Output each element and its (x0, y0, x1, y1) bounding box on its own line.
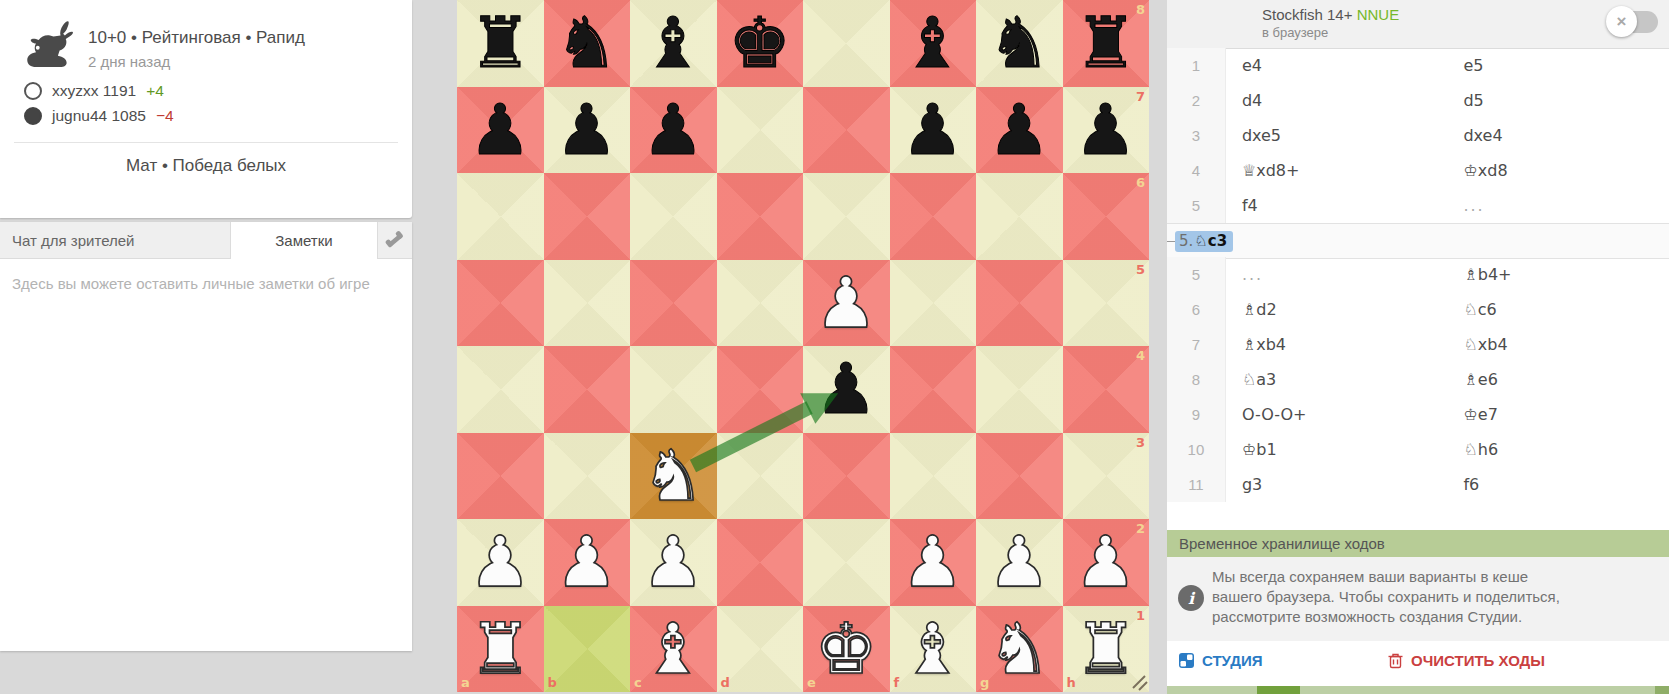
move-number: 9 (1167, 397, 1226, 432)
white-move[interactable]: ♕xd8+ (1226, 161, 1448, 180)
square-e2[interactable] (803, 519, 890, 606)
square-f8[interactable]: ♝ (890, 0, 977, 87)
white-bishop-f1[interactable]: ♝ (890, 606, 977, 693)
square-d3[interactable] (717, 433, 804, 520)
square-b8[interactable]: ♞ (544, 0, 631, 87)
black-move[interactable]: ... (1447, 196, 1669, 215)
coord-rank-7: 7 (1136, 89, 1145, 104)
tab-spectator-chat[interactable]: Чат для зрителей (0, 222, 230, 258)
engine-toggle[interactable]: × (1606, 9, 1658, 35)
square-a1[interactable]: ♜a (457, 606, 544, 693)
move-row: 8♘a3♗e6 (1167, 362, 1669, 397)
black-rating-delta: −4 (156, 107, 174, 125)
coord-file-b: b (548, 675, 557, 690)
square-e5[interactable]: ♟ (803, 260, 890, 347)
engine-location: в браузере (1262, 25, 1328, 40)
black-pawn-e4[interactable]: ♟ (803, 346, 890, 433)
square-g1[interactable]: ♞g (976, 606, 1063, 693)
chat-tabbar: Чат для зрителей Заметки (0, 222, 412, 259)
square-d7[interactable] (717, 87, 804, 174)
move-number: 4 (1167, 153, 1226, 188)
scrollbar-thumb[interactable] (1257, 686, 1300, 694)
square-f6[interactable] (890, 173, 977, 260)
white-move[interactable]: O-O-O+ (1226, 405, 1448, 424)
square-b2[interactable]: ♟ (544, 519, 631, 606)
square-b3[interactable] (544, 433, 631, 520)
square-f4[interactable] (890, 346, 977, 433)
move-number: 1 (1167, 48, 1226, 83)
move-list-variation: 5...♗b4+6♗d2♘c67♗xb4♘xb48♘a3♗e69O-O-O+♔e… (1167, 257, 1669, 502)
square-c6[interactable] (630, 173, 717, 260)
move-row: 9O-O-O+♔e7 (1167, 397, 1669, 432)
square-e1[interactable]: ♚e (803, 606, 890, 693)
square-d1[interactable]: d (717, 606, 804, 693)
engine-nnue-badge: NNUE (1357, 6, 1400, 23)
scrollbar-cap (1655, 686, 1669, 694)
game-meta-card: 10+0 • Рейтинговая • Рапид 2 дня назад x… (0, 0, 412, 218)
white-move[interactable]: g3 (1226, 475, 1448, 494)
move-row: 4♕xd8+♔xd8 (1167, 153, 1669, 188)
square-b5[interactable] (544, 260, 631, 347)
square-h8[interactable]: ♜8 (1063, 0, 1150, 87)
move-scrollbar (1167, 686, 1669, 694)
square-b1[interactable]: b (544, 606, 631, 693)
coord-file-d: d (721, 675, 730, 690)
square-h1[interactable]: ♜h1 (1063, 606, 1150, 693)
white-pawn-e5[interactable]: ♟ (803, 260, 890, 347)
black-bishop-f8[interactable]: ♝ (890, 0, 977, 87)
square-h4[interactable]: 4 (1063, 346, 1150, 433)
square-c7[interactable]: ♟ (630, 87, 717, 174)
square-d2[interactable] (717, 519, 804, 606)
move-row: 7♗xb4♘xb4 (1167, 327, 1669, 362)
coord-rank-5: 5 (1136, 262, 1145, 277)
black-move[interactable]: ♗b4+ (1447, 265, 1669, 284)
black-move[interactable]: dxe4 (1447, 126, 1669, 145)
black-move[interactable]: ♗e6 (1447, 370, 1669, 389)
move-row: 5...♗b4+ (1167, 257, 1669, 292)
square-b7[interactable]: ♟ (544, 87, 631, 174)
white-color-icon (24, 82, 42, 100)
black-move[interactable]: d5 (1447, 91, 1669, 110)
black-knight-g8[interactable]: ♞ (976, 0, 1063, 87)
black-move[interactable]: ♘c6 (1447, 300, 1669, 319)
game-setup: 10+0 • Рейтинговая • Рапид (88, 28, 305, 48)
move-row: 1e4e5 (1167, 48, 1669, 83)
notes-textarea[interactable]: Здесь вы можете оставить личные заметки … (0, 259, 412, 651)
square-a4[interactable] (457, 346, 544, 433)
move-row: 6♗d2♘c6 (1167, 292, 1669, 327)
coord-file-e: e (807, 675, 816, 690)
black-bishop-c8[interactable]: ♝ (630, 0, 717, 87)
white-bishop-c1[interactable]: ♝ (630, 606, 717, 693)
chat-card: Чат для зрителей Заметки Здесь вы можете… (0, 222, 412, 651)
square-b6[interactable] (544, 173, 631, 260)
move-row: 3dxe5dxe4 (1167, 118, 1669, 153)
panel-buttons: СТУДИЯ ОЧИСТИТЬ ХОДЫ (1167, 641, 1669, 680)
square-a7[interactable]: ♟ (457, 87, 544, 174)
square-h6[interactable]: 6 (1063, 173, 1150, 260)
white-move[interactable]: d4 (1226, 91, 1448, 110)
square-f5[interactable] (890, 260, 977, 347)
square-d4[interactable] (717, 346, 804, 433)
square-a2[interactable]: ♟ (457, 519, 544, 606)
square-c3[interactable]: ♞ (630, 433, 717, 520)
white-move[interactable]: dxe5 (1226, 126, 1448, 145)
move-row: 5f4... (1167, 188, 1669, 223)
notes-placeholder: Здесь вы можете оставить личные заметки … (12, 275, 370, 292)
square-g2[interactable]: ♟ (976, 519, 1063, 606)
white-knight-c3[interactable]: ♞ (630, 433, 717, 520)
white-pawn-f2[interactable]: ♟ (890, 519, 977, 606)
coord-rank-8: 8 (1136, 2, 1145, 17)
square-c5[interactable] (630, 260, 717, 347)
black-move[interactable]: e5 (1447, 56, 1669, 75)
info-icon: i (1178, 585, 1204, 611)
square-h7[interactable]: ♟7 (1063, 87, 1150, 174)
square-a3[interactable] (457, 433, 544, 520)
white-pawn-b2[interactable]: ♟ (544, 519, 631, 606)
divider (14, 142, 398, 143)
square-c4[interactable] (630, 346, 717, 433)
move-row: 2d4d5 (1167, 83, 1669, 118)
move-number: 5 (1167, 257, 1226, 292)
square-g5[interactable] (976, 260, 1063, 347)
white-move[interactable]: f4 (1226, 196, 1448, 215)
coord-file-h: h (1067, 675, 1076, 690)
storage-info-text: Мы всегда сохраняем ваши варианты в кеше… (1212, 567, 1564, 627)
coord-rank-1: 1 (1136, 608, 1145, 623)
white-rating-delta: +4 (146, 82, 164, 100)
square-c1[interactable]: ♝c (630, 606, 717, 693)
engine-name: Stockfish 14+ NNUE (1262, 6, 1399, 23)
black-pawn-c7[interactable]: ♟ (630, 87, 717, 174)
black-rook-a8[interactable]: ♜ (457, 0, 544, 87)
current-variation-move[interactable]: 5. ♘c3 (1175, 231, 1233, 252)
black-color-icon (24, 107, 42, 125)
square-g8[interactable]: ♞ (976, 0, 1063, 87)
white-move[interactable]: ♗d2 (1226, 300, 1448, 319)
square-e8[interactable] (803, 0, 890, 87)
black-pawn-a7[interactable]: ♟ (457, 87, 544, 174)
move-row: 11g3f6 (1167, 467, 1669, 502)
square-h5[interactable]: 5 (1063, 260, 1150, 347)
square-f7[interactable]: ♟ (890, 87, 977, 174)
rapid-rabbit-icon (22, 18, 78, 74)
tab-notes[interactable]: Заметки (230, 222, 378, 259)
temp-storage-header: Временное хранилище ходов (1167, 530, 1669, 557)
square-d8[interactable]: ♚ (717, 0, 804, 87)
white-move[interactable]: e4 (1226, 56, 1448, 75)
coord-rank-3: 3 (1136, 435, 1145, 450)
square-c2[interactable]: ♟ (630, 519, 717, 606)
square-d5[interactable] (717, 260, 804, 347)
square-e6[interactable] (803, 173, 890, 260)
toggle-knob-off-icon: × (1606, 6, 1637, 37)
white-move[interactable]: ... (1226, 265, 1448, 284)
trash-icon (1388, 652, 1403, 669)
white-rook-a1[interactable]: ♜ (457, 606, 544, 693)
white-pawn-g2[interactable]: ♟ (976, 519, 1063, 606)
white-move[interactable]: ♘a3 (1226, 370, 1448, 389)
lichess-analysis-page: 10+0 • Рейтинговая • Рапид 2 дня назад x… (0, 0, 1669, 694)
variation-line: 5. ♘c3 (1167, 223, 1669, 259)
move-row: 10♔b1♘h6 (1167, 432, 1669, 467)
move-list-mainline: 1e4e52d4d53dxe5dxe44♕xd8+♔xd85f4... (1167, 48, 1669, 223)
move-number: 2 (1167, 83, 1226, 118)
coord-rank-2: 2 (1136, 521, 1145, 536)
coord-rank-4: 4 (1136, 348, 1145, 363)
black-pawn-b7[interactable]: ♟ (544, 87, 631, 174)
black-move[interactable]: ♔xd8 (1447, 161, 1669, 180)
clear-moves-button[interactable]: ОЧИСТИТЬ ХОДЫ (1388, 641, 1545, 680)
square-b4[interactable] (544, 346, 631, 433)
coord-file-f: f (894, 675, 900, 690)
studio-icon (1179, 653, 1194, 668)
black-move[interactable]: ♔e7 (1447, 405, 1669, 424)
analysis-tools-panel: Stockfish 14+ NNUE в браузере × 1e4e52d4… (1167, 0, 1669, 694)
phone-icon (384, 229, 406, 251)
square-a5[interactable] (457, 260, 544, 347)
black-move[interactable]: ♘xb4 (1447, 335, 1669, 354)
player-white[interactable]: xxyzxx 1191 +4 (24, 82, 164, 100)
chess-board[interactable]: ♜♞♝♚♝♞♜8♟♟♟♟♟♟76♟5♟4♞3♟♟♟♟♟♟2♜ab♝cd♚e♝f♞… (457, 0, 1149, 692)
square-g7[interactable]: ♟ (976, 87, 1063, 174)
white-pawn-c2[interactable]: ♟ (630, 519, 717, 606)
black-player-name: jugnu44 1085 (52, 107, 146, 125)
move-number: 5 (1167, 188, 1226, 223)
square-a8[interactable]: ♜ (457, 0, 544, 87)
move-number: 7 (1167, 327, 1226, 362)
black-move[interactable]: f6 (1447, 475, 1669, 494)
square-h3[interactable]: 3 (1063, 433, 1150, 520)
square-f1[interactable]: ♝f (890, 606, 977, 693)
white-player-name: xxyzxx 1191 (52, 82, 136, 100)
square-f2[interactable]: ♟ (890, 519, 977, 606)
move-number: 3 (1167, 118, 1226, 153)
square-g3[interactable] (976, 433, 1063, 520)
black-knight-b8[interactable]: ♞ (544, 0, 631, 87)
square-c8[interactable]: ♝ (630, 0, 717, 87)
black-pawn-g7[interactable]: ♟ (976, 87, 1063, 174)
square-g6[interactable] (976, 173, 1063, 260)
coord-rank-6: 6 (1136, 175, 1145, 190)
studio-button[interactable]: СТУДИЯ (1179, 641, 1262, 680)
move-number: 11 (1167, 467, 1226, 502)
white-pawn-a2[interactable]: ♟ (457, 519, 544, 606)
square-g4[interactable] (976, 346, 1063, 433)
variation-branch-tick (1167, 241, 1175, 242)
square-h2[interactable]: ♟2 (1063, 519, 1150, 606)
white-move[interactable]: ♔b1 (1226, 440, 1448, 459)
coord-file-c: c (634, 675, 642, 690)
storage-info-box: i Мы всегда сохраняем ваши варианты в ке… (1167, 557, 1669, 641)
game-result: Мат • Победа белых (0, 156, 412, 176)
square-d6[interactable] (717, 173, 804, 260)
move-number: 6 (1167, 292, 1226, 327)
game-date: 2 дня назад (88, 53, 170, 70)
coord-file-a: a (461, 675, 470, 690)
engine-box: Stockfish 14+ NNUE в браузере × (1167, 0, 1669, 49)
black-move[interactable]: ♘h6 (1447, 440, 1669, 459)
move-number: 10 (1167, 432, 1226, 467)
coord-file-g: g (980, 675, 989, 690)
voice-chat-button[interactable] (378, 222, 412, 258)
move-number: 8 (1167, 362, 1226, 397)
square-f3[interactable] (890, 433, 977, 520)
black-pawn-f7[interactable]: ♟ (890, 87, 977, 174)
square-e7[interactable] (803, 87, 890, 174)
square-a6[interactable] (457, 173, 544, 260)
square-e3[interactable] (803, 433, 890, 520)
white-move[interactable]: ♗xb4 (1226, 335, 1448, 354)
square-e4[interactable]: ♟ (803, 346, 890, 433)
black-king-d8[interactable]: ♚ (717, 0, 804, 87)
player-black[interactable]: jugnu44 1085 −4 (24, 107, 174, 125)
